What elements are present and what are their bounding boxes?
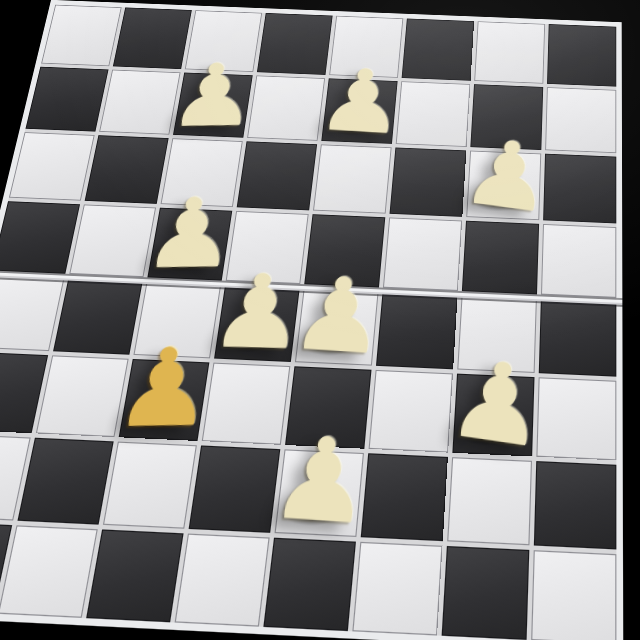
piece-white-pawn-c3[interactable]: ♟ (119, 359, 210, 441)
square-a8[interactable] (41, 5, 122, 67)
piece-white-pawn-g3[interactable]: ♟ (452, 374, 534, 457)
square-g8[interactable] (474, 21, 545, 83)
white-pawn-glyph: ♟ (458, 136, 557, 216)
square-h8[interactable] (547, 24, 616, 87)
square-c2[interactable] (103, 442, 197, 529)
square-a5[interactable] (0, 201, 80, 274)
piece-white-pawn-g6[interactable]: ♟ (466, 151, 541, 221)
white-pawn-glyph: ♟ (111, 347, 217, 429)
square-f6[interactable] (390, 147, 467, 216)
square-d6[interactable] (237, 141, 317, 210)
square-h1[interactable] (531, 550, 616, 640)
square-f1[interactable] (352, 542, 442, 636)
square-e1[interactable] (263, 538, 356, 631)
square-e6[interactable] (313, 144, 392, 213)
white-pawn-glyph: ♟ (443, 356, 551, 451)
square-b1[interactable] (0, 525, 98, 618)
piece-white-pawn-e2[interactable]: ♟ (275, 449, 364, 537)
square-f4[interactable] (376, 291, 458, 369)
piece-white-pawn-e4[interactable]: ♟ (295, 288, 379, 366)
square-f8[interactable] (402, 18, 475, 80)
square-d1[interactable] (175, 534, 270, 627)
white-pawn-glyph: ♟ (314, 67, 408, 137)
square-g1[interactable] (442, 546, 530, 640)
square-d3[interactable] (202, 363, 291, 445)
chessboard: ♟♟♟♟♟♟♟♟♟ (0, 5, 616, 640)
square-c1[interactable] (86, 529, 183, 622)
square-f5[interactable] (383, 217, 462, 290)
photo-scene: ♟♟♟♟♟♟♟♟♟ (0, 0, 640, 640)
square-b2[interactable] (17, 438, 113, 525)
white-pawn-glyph: ♟ (287, 274, 390, 356)
white-pawn-glyph: ♟ (266, 434, 376, 527)
square-a7[interactable] (25, 67, 108, 132)
chessboard-mat: ♟♟♟♟♟♟♟♟♟ (0, 0, 623, 640)
square-f7[interactable] (396, 81, 471, 147)
piece-white-pawn-c7[interactable]: ♟ (173, 73, 253, 138)
square-a6[interactable] (9, 132, 95, 201)
white-pawn-glyph: ♟ (166, 63, 259, 128)
square-h2[interactable] (534, 461, 617, 549)
square-h5[interactable] (541, 224, 616, 298)
piece-white-pawn-e7[interactable]: ♟ (321, 78, 397, 144)
square-f3[interactable] (369, 370, 453, 453)
square-d8[interactable] (257, 13, 333, 75)
